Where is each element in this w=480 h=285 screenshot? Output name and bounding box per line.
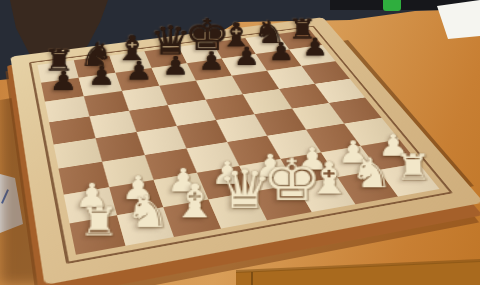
- white-knight[interactable]: ♞: [348, 152, 394, 194]
- table-seam: [251, 272, 253, 285]
- white-knight[interactable]: ♞: [123, 189, 172, 234]
- white-rook[interactable]: ♜: [74, 202, 124, 242]
- green-object: [383, 0, 401, 11]
- black-pawn[interactable]: ♟: [44, 68, 83, 94]
- black-pawn[interactable]: ♟: [297, 35, 333, 60]
- board-square-c7[interactable]: ♟: [116, 68, 160, 91]
- board-square-a6[interactable]: [45, 96, 90, 122]
- black-pawn[interactable]: ♟: [229, 44, 266, 69]
- white-queen[interactable]: ♛: [217, 163, 264, 217]
- black-pawn[interactable]: ♟: [157, 53, 194, 79]
- black-pawn[interactable]: ♟: [193, 48, 230, 73]
- black-pawn[interactable]: ♟: [263, 39, 299, 64]
- black-pawn[interactable]: ♟: [120, 58, 158, 84]
- photo-scene: ♜♞♝♛♚♝♞♜♟♟♟♟♟♟♟♟♟♟♟♟♟♟♟♟♜♞♝♛♚♝♞♜: [0, 0, 480, 285]
- black-pawn[interactable]: ♟: [83, 63, 121, 89]
- white-bishop[interactable]: ♝: [171, 179, 219, 226]
- white-rook[interactable]: ♜: [390, 150, 436, 186]
